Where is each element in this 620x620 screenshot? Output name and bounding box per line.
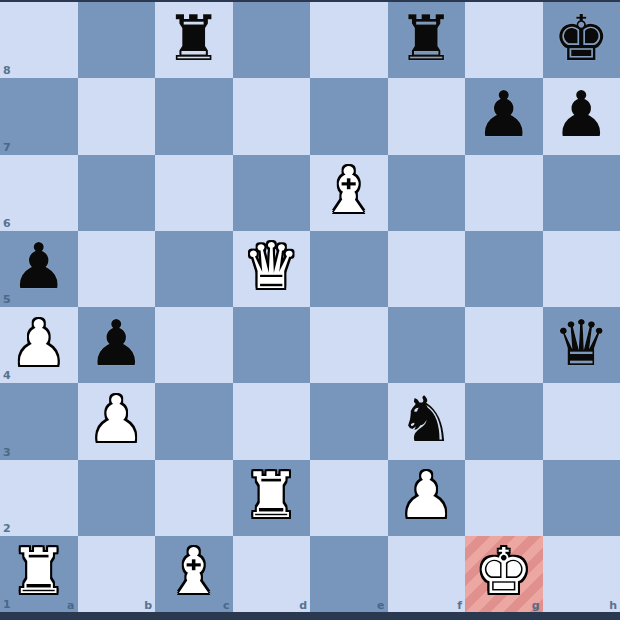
square-b7[interactable] <box>78 78 156 154</box>
square-g4[interactable] <box>465 307 543 383</box>
square-b5[interactable] <box>78 231 156 307</box>
square-f8[interactable]: ♜ <box>388 2 466 78</box>
piece-white-bishop[interactable]: ♝ <box>321 159 377 222</box>
square-d3[interactable] <box>233 383 311 459</box>
rank-label-4: 4 <box>3 370 11 381</box>
piece-black-queen[interactable]: ♛ <box>553 312 609 375</box>
square-d6[interactable] <box>233 155 311 231</box>
rank-label-8: 8 <box>3 65 11 76</box>
square-d1[interactable]: d <box>233 536 311 612</box>
rank-label-3: 3 <box>3 447 11 458</box>
square-e1[interactable]: e <box>310 536 388 612</box>
piece-white-rook[interactable]: ♜ <box>11 540 67 603</box>
square-h1[interactable]: h <box>543 536 620 612</box>
square-f4[interactable] <box>388 307 466 383</box>
file-label-g: g <box>532 600 540 611</box>
square-f6[interactable] <box>388 155 466 231</box>
square-h8[interactable]: ♚ <box>543 2 620 78</box>
piece-black-knight[interactable]: ♞ <box>398 388 454 451</box>
rank-label-1: 1 <box>3 599 11 610</box>
square-h3[interactable] <box>543 383 620 459</box>
square-h6[interactable] <box>543 155 620 231</box>
square-a6[interactable]: 6 <box>0 155 78 231</box>
square-g1-check-highlight[interactable]: g♚ <box>465 536 543 612</box>
file-label-f: f <box>457 600 462 611</box>
square-d8[interactable] <box>233 2 311 78</box>
square-f5[interactable] <box>388 231 466 307</box>
rank-label-6: 6 <box>3 218 11 229</box>
square-d5[interactable]: ♛ <box>233 231 311 307</box>
square-c8[interactable]: ♜ <box>155 2 233 78</box>
square-b8[interactable] <box>78 2 156 78</box>
piece-white-bishop[interactable]: ♝ <box>166 540 222 603</box>
square-d7[interactable] <box>233 78 311 154</box>
square-f2[interactable]: ♟ <box>388 460 466 536</box>
square-c7[interactable] <box>155 78 233 154</box>
file-label-e: e <box>377 600 384 611</box>
square-e2[interactable] <box>310 460 388 536</box>
square-c3[interactable] <box>155 383 233 459</box>
square-h2[interactable] <box>543 460 620 536</box>
rank-label-5: 5 <box>3 294 11 305</box>
piece-white-pawn[interactable]: ♟ <box>398 464 454 527</box>
square-g8[interactable] <box>465 2 543 78</box>
square-b2[interactable] <box>78 460 156 536</box>
piece-white-king[interactable]: ♚ <box>476 540 532 603</box>
square-c6[interactable] <box>155 155 233 231</box>
piece-black-pawn[interactable]: ♟ <box>553 83 609 146</box>
board-top-edge <box>0 0 620 2</box>
square-a3[interactable]: 3 <box>0 383 78 459</box>
square-a8[interactable]: 8 <box>0 2 78 78</box>
square-e8[interactable] <box>310 2 388 78</box>
square-a5[interactable]: 5♟ <box>0 231 78 307</box>
square-g5[interactable] <box>465 231 543 307</box>
square-a7[interactable]: 7 <box>0 78 78 154</box>
square-b4[interactable]: ♟ <box>78 307 156 383</box>
square-e4[interactable] <box>310 307 388 383</box>
piece-black-king[interactable]: ♚ <box>553 7 609 70</box>
square-h7[interactable]: ♟ <box>543 78 620 154</box>
square-g7[interactable]: ♟ <box>465 78 543 154</box>
square-d2[interactable]: ♜ <box>233 460 311 536</box>
chess-board-screenshot: 8♜♜♚7♟♟6♝5♟♛4♟♟♛3♟♞2♜♟1a♜bc♝defg♚h <box>0 0 620 620</box>
square-f3[interactable]: ♞ <box>388 383 466 459</box>
square-e6[interactable]: ♝ <box>310 155 388 231</box>
square-c4[interactable] <box>155 307 233 383</box>
square-b3[interactable]: ♟ <box>78 383 156 459</box>
square-f7[interactable] <box>388 78 466 154</box>
chess-board: 8♜♜♚7♟♟6♝5♟♛4♟♟♛3♟♞2♜♟1a♜bc♝defg♚h <box>0 2 620 612</box>
square-c1[interactable]: c♝ <box>155 536 233 612</box>
square-g2[interactable] <box>465 460 543 536</box>
square-a2[interactable]: 2 <box>0 460 78 536</box>
piece-white-pawn[interactable]: ♟ <box>88 388 144 451</box>
square-d4[interactable] <box>233 307 311 383</box>
square-g3[interactable] <box>465 383 543 459</box>
square-e7[interactable] <box>310 78 388 154</box>
square-a1[interactable]: 1a♜ <box>0 536 78 612</box>
rank-label-7: 7 <box>3 142 11 153</box>
file-label-a: a <box>67 600 74 611</box>
rank-label-2: 2 <box>3 523 11 534</box>
square-e5[interactable] <box>310 231 388 307</box>
file-label-h: h <box>609 600 617 611</box>
square-b1[interactable]: b <box>78 536 156 612</box>
file-label-b: b <box>144 600 152 611</box>
piece-white-queen[interactable]: ♛ <box>243 235 299 298</box>
file-label-d: d <box>299 600 307 611</box>
square-e3[interactable] <box>310 383 388 459</box>
piece-black-pawn[interactable]: ♟ <box>476 83 532 146</box>
piece-black-pawn[interactable]: ♟ <box>88 312 144 375</box>
square-a4[interactable]: 4♟ <box>0 307 78 383</box>
piece-black-rook[interactable]: ♜ <box>166 7 222 70</box>
square-c5[interactable] <box>155 231 233 307</box>
piece-white-pawn[interactable]: ♟ <box>11 312 67 375</box>
square-b6[interactable] <box>78 155 156 231</box>
square-h5[interactable] <box>543 231 620 307</box>
square-h4[interactable]: ♛ <box>543 307 620 383</box>
board-bottom-bar <box>0 612 620 620</box>
square-c2[interactable] <box>155 460 233 536</box>
piece-white-rook[interactable]: ♜ <box>243 464 299 527</box>
file-label-c: c <box>223 600 230 611</box>
square-f1[interactable]: f <box>388 536 466 612</box>
piece-black-pawn[interactable]: ♟ <box>11 235 67 298</box>
piece-black-rook[interactable]: ♜ <box>398 7 454 70</box>
square-g6[interactable] <box>465 155 543 231</box>
